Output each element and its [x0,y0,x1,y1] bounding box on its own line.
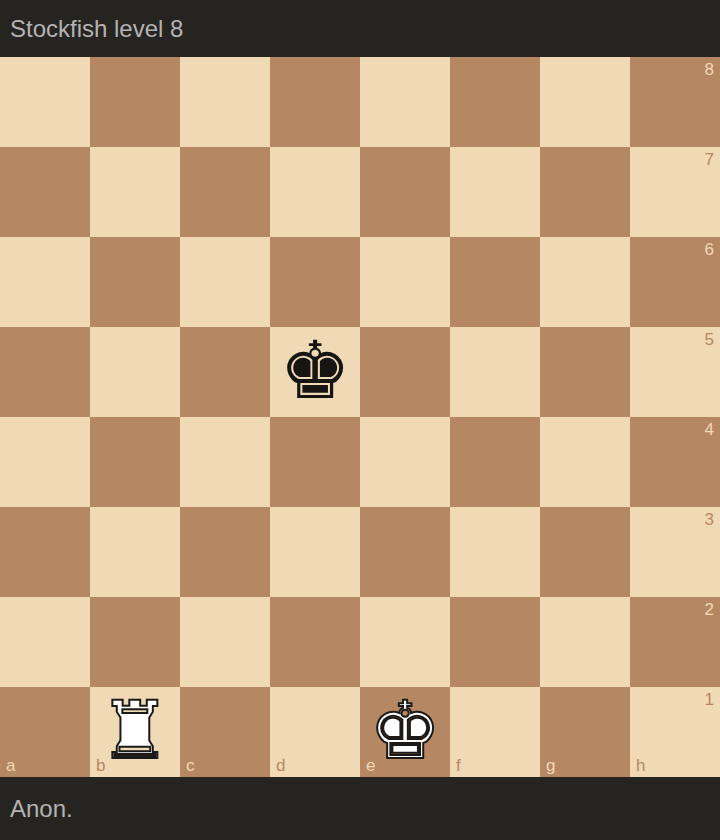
square-d2[interactable] [270,597,360,687]
square-e7[interactable] [360,147,450,237]
square-d7[interactable] [270,147,360,237]
square-d1[interactable] [270,687,360,777]
square-f3[interactable] [450,507,540,597]
square-b7[interactable] [90,147,180,237]
square-c5[interactable] [180,327,270,417]
square-d5[interactable]: ♚ [270,327,360,417]
square-d8[interactable] [270,57,360,147]
square-f5[interactable] [450,327,540,417]
square-h3[interactable] [630,507,720,597]
square-h1[interactable] [630,687,720,777]
square-c7[interactable] [180,147,270,237]
square-h6[interactable] [630,237,720,327]
square-b1[interactable]: ♜ [90,687,180,777]
square-c2[interactable] [180,597,270,687]
square-c8[interactable] [180,57,270,147]
square-b8[interactable] [90,57,180,147]
square-c1[interactable] [180,687,270,777]
square-c6[interactable] [180,237,270,327]
opponent-name: Stockfish level 8 [10,15,183,43]
square-f7[interactable] [450,147,540,237]
square-g6[interactable] [540,237,630,327]
square-g7[interactable] [540,147,630,237]
square-h8[interactable] [630,57,720,147]
square-c4[interactable] [180,417,270,507]
piece-white-rook[interactable]: ♜ [90,687,180,777]
square-e8[interactable] [360,57,450,147]
square-b4[interactable] [90,417,180,507]
square-a4[interactable] [0,417,90,507]
square-h7[interactable] [630,147,720,237]
square-e1[interactable]: ♚ [360,687,450,777]
square-b6[interactable] [90,237,180,327]
square-g1[interactable] [540,687,630,777]
square-a5[interactable] [0,327,90,417]
player-name: Anon. [10,795,73,823]
square-a7[interactable] [0,147,90,237]
square-f4[interactable] [450,417,540,507]
board-container: ♚♜♚ abcdefgh87654321 [0,57,720,777]
square-d3[interactable] [270,507,360,597]
piece-black-king[interactable]: ♚ [270,327,360,417]
square-e3[interactable] [360,507,450,597]
square-a3[interactable] [0,507,90,597]
opponent-bar: Stockfish level 8 [0,0,720,57]
chess-board[interactable]: ♚♜♚ [0,57,720,777]
square-e4[interactable] [360,417,450,507]
piece-white-king[interactable]: ♚ [360,687,450,777]
square-b2[interactable] [90,597,180,687]
square-h5[interactable] [630,327,720,417]
square-g5[interactable] [540,327,630,417]
square-f1[interactable] [450,687,540,777]
square-g8[interactable] [540,57,630,147]
square-a1[interactable] [0,687,90,777]
square-g4[interactable] [540,417,630,507]
square-c3[interactable] [180,507,270,597]
square-f6[interactable] [450,237,540,327]
square-h2[interactable] [630,597,720,687]
player-bar: Anon. [0,777,720,840]
square-f8[interactable] [450,57,540,147]
square-a6[interactable] [0,237,90,327]
square-f2[interactable] [450,597,540,687]
square-g2[interactable] [540,597,630,687]
square-e2[interactable] [360,597,450,687]
square-d4[interactable] [270,417,360,507]
square-a2[interactable] [0,597,90,687]
square-e6[interactable] [360,237,450,327]
square-b5[interactable] [90,327,180,417]
square-e5[interactable] [360,327,450,417]
square-b3[interactable] [90,507,180,597]
square-g3[interactable] [540,507,630,597]
square-d6[interactable] [270,237,360,327]
square-a8[interactable] [0,57,90,147]
square-h4[interactable] [630,417,720,507]
